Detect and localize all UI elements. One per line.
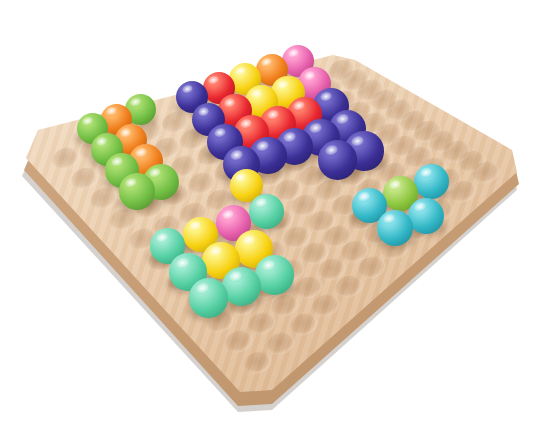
specular-highlight xyxy=(105,106,118,117)
specular-highlight xyxy=(119,126,132,138)
specular-highlight xyxy=(208,245,223,258)
specular-highlight xyxy=(228,270,244,284)
specular-highlight xyxy=(207,74,220,85)
specular-highlight xyxy=(292,100,306,113)
specular-highlight xyxy=(95,136,108,148)
specular-highlight xyxy=(81,115,94,126)
bead-cyan[interactable] xyxy=(414,164,449,199)
specular-highlight xyxy=(357,190,371,202)
specular-highlight xyxy=(419,166,433,178)
specular-highlight xyxy=(148,166,163,179)
bead-cyan[interactable] xyxy=(377,210,413,246)
specular-highlight xyxy=(175,256,190,269)
bead-mint[interactable] xyxy=(189,278,229,318)
specular-highlight xyxy=(221,208,235,220)
specular-highlight xyxy=(110,156,124,168)
specular-highlight xyxy=(212,127,226,140)
specular-highlight xyxy=(388,178,402,190)
bead-purple[interactable] xyxy=(318,140,357,179)
specular-highlight xyxy=(188,219,202,231)
specular-highlight xyxy=(382,213,397,226)
specular-highlight xyxy=(255,140,270,153)
specular-highlight xyxy=(234,65,247,76)
specular-highlight xyxy=(308,122,323,135)
bead-green[interactable] xyxy=(119,173,155,209)
specular-highlight xyxy=(223,96,237,108)
specular-highlight xyxy=(195,281,211,295)
specular-highlight xyxy=(124,176,139,189)
specular-highlight xyxy=(260,56,273,67)
specular-highlight xyxy=(197,105,211,117)
specular-highlight xyxy=(281,131,296,144)
specular-highlight xyxy=(228,149,243,162)
specular-highlight xyxy=(181,83,194,94)
specular-highlight xyxy=(261,258,277,272)
specular-highlight xyxy=(276,78,290,90)
specular-highlight xyxy=(234,171,247,183)
specular-highlight xyxy=(265,109,279,122)
specular-highlight xyxy=(287,47,300,58)
bead-cyan[interactable] xyxy=(408,198,444,234)
specular-highlight xyxy=(134,146,148,158)
specular-highlight xyxy=(129,96,142,107)
specular-highlight xyxy=(318,91,332,104)
product-photo xyxy=(0,0,549,446)
bead-mint[interactable] xyxy=(249,194,284,229)
specular-highlight xyxy=(241,233,256,246)
specular-highlight xyxy=(250,87,264,99)
specular-highlight xyxy=(324,143,340,157)
specular-highlight xyxy=(155,231,169,243)
specular-highlight xyxy=(350,134,366,148)
specular-highlight xyxy=(303,69,317,81)
specular-highlight xyxy=(413,201,428,214)
specular-highlight xyxy=(239,118,253,131)
specular-highlight xyxy=(254,196,268,208)
specular-highlight xyxy=(334,113,349,126)
